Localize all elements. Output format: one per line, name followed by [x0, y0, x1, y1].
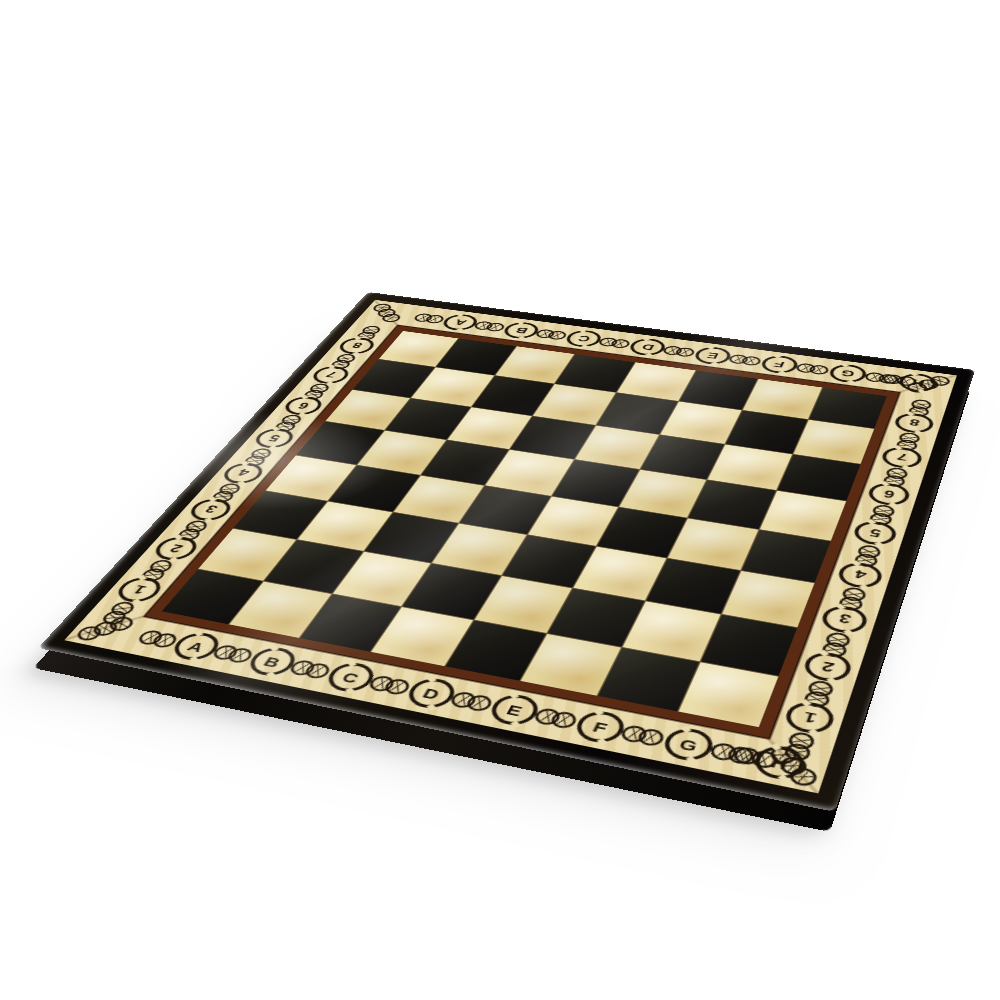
coordinate-text: 8 [350, 341, 365, 349]
coordinate-text: B [261, 654, 284, 669]
coordinate-text: 5 [266, 433, 282, 443]
coordinate-text: 7 [895, 452, 908, 463]
coordinate-text: A [185, 639, 208, 654]
coordinate-label-circle: 5 [851, 519, 899, 548]
coordinate-label-circle: 4 [835, 560, 885, 591]
coordinate-text: 8 [908, 418, 921, 428]
coordinate-label-circle: 1 [781, 699, 837, 737]
knot-ornament-icon: ╳╳ [619, 723, 667, 747]
coordinate-text: C [576, 334, 592, 343]
knot-ornament-icon: ╳╳ [534, 328, 569, 340]
coordinate-text: 1 [801, 710, 818, 726]
photo-canvas: ╳╳╳ ╳╳╳ ╳╳╳ ╳╳╳ ╳╳A╳╳B╳╳C╳╳D╳╳E╳╳F╳╳G╳╳H… [0, 0, 1000, 1000]
knot-ornament-icon: ╳╳ [795, 362, 831, 375]
coordinate-text: 6 [882, 489, 896, 500]
x-knot-icon: ╳ [808, 364, 831, 375]
coordinate-text: 4 [235, 468, 252, 479]
knot-ornament-icon: ╳╳ [412, 312, 446, 324]
coordinate-label-circle: 7 [879, 445, 924, 470]
coordinate-text: G [677, 736, 700, 753]
coordinate-text: E [706, 351, 721, 360]
coordinate-text: B [513, 326, 529, 335]
knot-ornament-icon: ╳╳╳ [371, 302, 403, 323]
coordinate-text: F [591, 719, 610, 735]
coordinate-label-circle: 6 [866, 481, 913, 508]
knot-ornament-icon: ╳╳ [472, 320, 506, 332]
coordinate-text: C [340, 669, 362, 684]
coordinate-label-circle: 3 [819, 603, 871, 636]
coordinate-text: 7 [323, 370, 338, 379]
coordinate-text: 2 [820, 659, 836, 674]
coordinate-text: E [504, 702, 525, 718]
knot-ornament-icon: ╳╳ [448, 690, 495, 712]
coordinate-text: D [640, 343, 656, 352]
coordinate-text: 6 [296, 401, 312, 410]
coordinate-label-circle: 8 [892, 411, 936, 435]
knot-ornament-icon: ╳╳ [597, 337, 632, 349]
coordinate-text: 5 [868, 527, 882, 539]
coordinate-text: 1 [130, 584, 149, 597]
knot-ornament-icon: ╳╳ [727, 353, 762, 366]
coordinate-text: 3 [202, 504, 220, 515]
chess-board: ╳╳╳ ╳╳╳ ╳╳╳ ╳╳╳ ╳╳A╳╳B╳╳C╳╳D╳╳E╳╳F╳╳G╳╳H… [38, 292, 975, 812]
coordinate-text: 2 [167, 542, 185, 554]
coordinate-text: G [840, 369, 856, 379]
coordinate-label-circle: 2 [801, 650, 855, 685]
coordinate-text: 3 [837, 612, 852, 626]
coordinate-text: F [773, 360, 787, 369]
coordinate-text: A [452, 318, 468, 326]
knot-ornament-icon: ╳╳ [661, 345, 696, 357]
x-knot-icon: ╳ [740, 355, 763, 366]
coordinate-text: D [421, 685, 443, 701]
knot-ornament-icon: ╳╳ [366, 674, 413, 696]
knot-ornament-icon: ╳╳ [532, 706, 579, 729]
coordinate-text: 4 [853, 568, 868, 581]
